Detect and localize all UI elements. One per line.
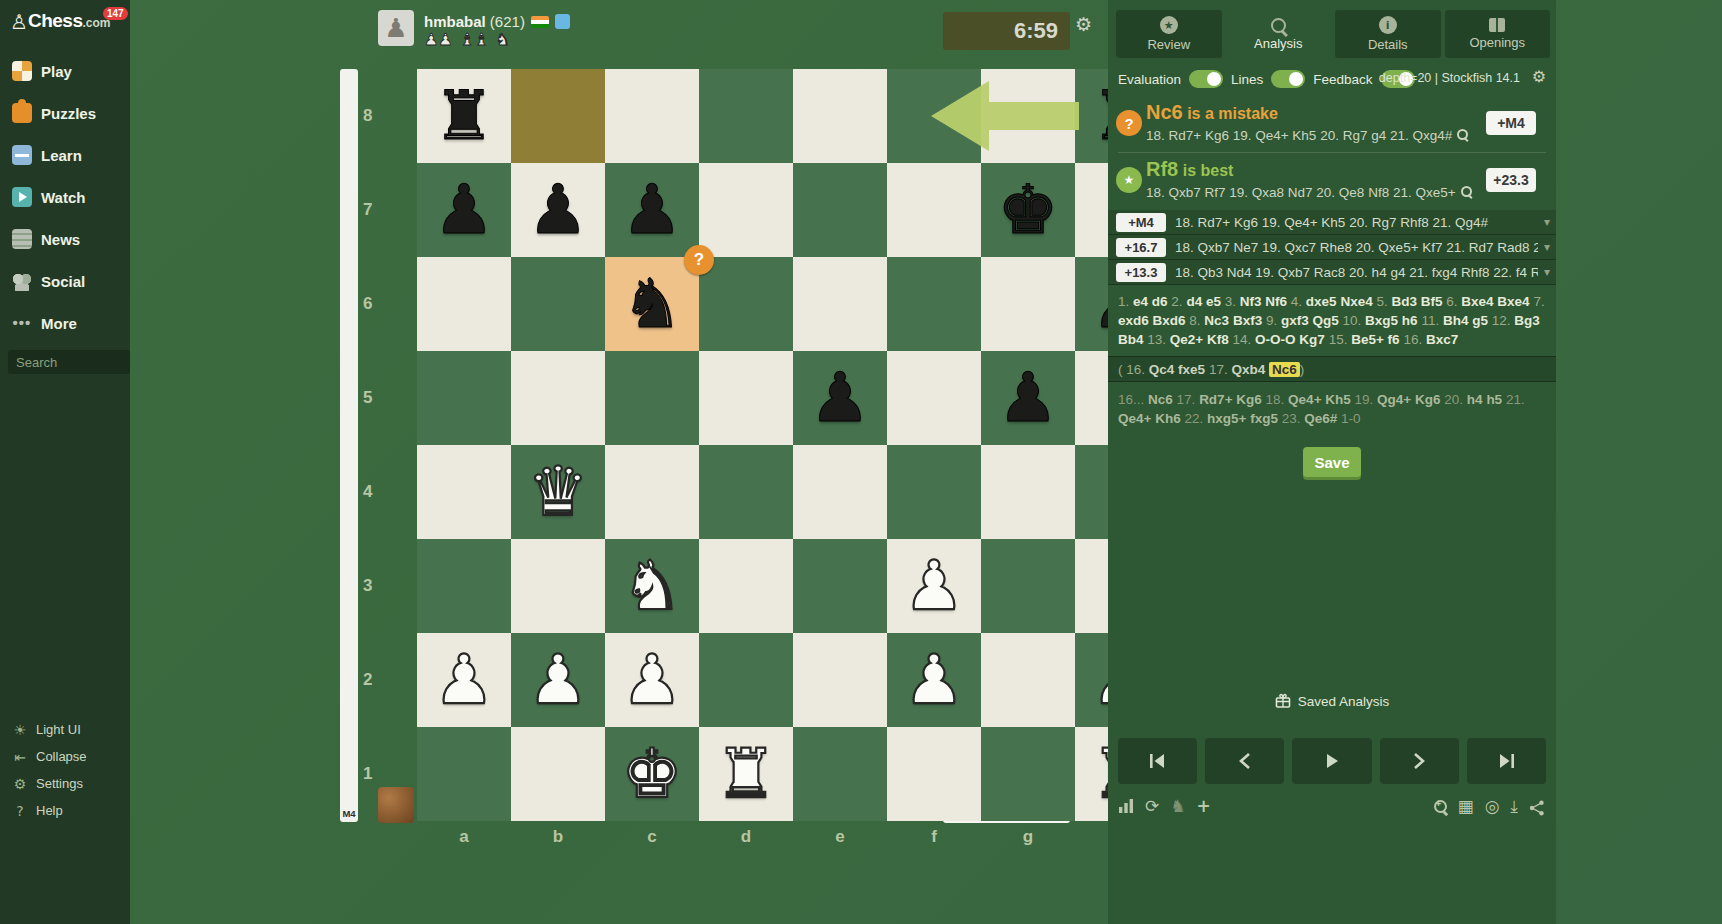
square-b2[interactable]: ♟ (511, 633, 605, 727)
top-clock-time: 6:59 (1014, 18, 1058, 44)
square-g6[interactable] (981, 257, 1075, 351)
footer-item-settings[interactable]: ⚙Settings (0, 770, 130, 797)
square-g1[interactable] (981, 727, 1075, 821)
file-label-a: a (417, 827, 511, 847)
square-d2[interactable] (699, 633, 793, 727)
square-a6[interactable] (417, 257, 511, 351)
square-c8[interactable] (605, 69, 699, 163)
sidebar-item-label: More (41, 315, 77, 332)
board-settings-gear-icon[interactable]: ⚙ (1075, 13, 1092, 35)
rank-label-7: 7 (363, 163, 407, 257)
mistake-badge-icon: ? (684, 245, 714, 275)
square-e1[interactable] (793, 727, 887, 821)
analysis-icon (1271, 18, 1286, 33)
sidebar-item-label: Learn (41, 147, 82, 164)
news-icon (12, 229, 32, 249)
captured-group: ♝♝ (460, 30, 489, 49)
zoom-in-icon[interactable] (1434, 800, 1447, 813)
white-king-c1[interactable]: ♚ (622, 727, 683, 821)
square-f4[interactable] (887, 445, 981, 539)
pawn-logo-icon: ♙ (10, 10, 28, 34)
square-b6[interactable] (511, 257, 605, 351)
square-a1[interactable] (417, 727, 511, 821)
sidebar-item-label: Puzzles (41, 105, 96, 122)
mistake-icon: ? (1116, 110, 1142, 136)
square-a3[interactable] (417, 539, 511, 633)
file-label-b: b (511, 827, 605, 847)
panel-tabs: ★ReviewAnalysisiDetailsOpenings (1116, 10, 1550, 58)
engine-info: depth=20 | Stockfish 14.1 (1379, 71, 1520, 85)
evaluation-toggle-label: Evaluation (1118, 72, 1181, 87)
best-line[interactable]: 18. Qxb7 Rf7 19. Qxa8 Nd7 20. Qe8 Nf8 21… (1146, 185, 1472, 200)
collapse-icon: ⇤ (12, 749, 28, 765)
member-badge-icon (555, 14, 570, 29)
help-icon: ? (12, 803, 28, 819)
square-c4[interactable] (605, 445, 699, 539)
sidebar-item-label: Play (41, 63, 72, 80)
tab-details[interactable]: iDetails (1335, 10, 1441, 58)
divider (1118, 152, 1546, 153)
square-a8[interactable]: ♜ (417, 69, 511, 163)
square-b1[interactable] (511, 727, 605, 821)
square-f5[interactable] (887, 351, 981, 445)
file-label-e: e (793, 827, 887, 847)
learn-icon (12, 145, 32, 165)
engine-line-3[interactable]: +13.318. Qb3 Nd4 19. Qxb7 Rac8 20. h4 g4… (1108, 260, 1556, 285)
feedback-toggle-label: Feedback (1313, 72, 1372, 87)
square-e4[interactable] (793, 445, 887, 539)
engine-line-2[interactable]: +16.718. Qxb7 Ne7 19. Qxc7 Rhe8 20. Qxe5… (1108, 235, 1556, 260)
magnifier-icon[interactable] (1461, 186, 1472, 197)
chevron-down-icon[interactable]: ▾ (1544, 240, 1550, 254)
line-moves: 18. Qxb7 Ne7 19. Qxc7 Rhe8 20. Qxe5+ Kf7… (1175, 240, 1538, 255)
sidebar-item-social[interactable]: Social (0, 260, 130, 302)
black-knight-c6[interactable]: ♞ (622, 257, 683, 351)
notification-badge[interactable]: 147 (103, 7, 128, 20)
evaluation-bar-score: M4 (340, 808, 358, 819)
white-rook-d1[interactable]: ♜ (716, 727, 777, 821)
social-icon (12, 271, 32, 291)
square-g3[interactable] (981, 539, 1075, 633)
lines-toggle[interactable] (1271, 70, 1305, 88)
square-e7[interactable] (793, 163, 887, 257)
black-pawn-b7[interactable]: ♟ (528, 163, 589, 257)
chevron-down-icon[interactable]: ▾ (1544, 215, 1550, 229)
focus-icon[interactable]: ◎ (1485, 794, 1500, 818)
evaluation-bar: M4 (340, 69, 358, 822)
file-label-f: f (887, 827, 981, 847)
logo-brand: Chess (28, 10, 83, 31)
square-d5[interactable] (699, 351, 793, 445)
square-c1[interactable]: ♚ (605, 727, 699, 821)
play-button[interactable] (1292, 738, 1371, 784)
engine-settings-gear-icon[interactable]: ⚙ (1532, 67, 1546, 86)
last-move-button[interactable] (1467, 738, 1546, 784)
chess-com-logo[interactable]: ♙Chess.com 147 (0, 0, 130, 50)
square-d6[interactable] (699, 257, 793, 351)
square-b8[interactable] (511, 69, 605, 163)
avatar-top-player[interactable]: ♟ (378, 10, 414, 46)
lines-toggle-label: Lines (1231, 72, 1263, 87)
sidebar-menu: PlayPuzzlesLearnWatchNewsSocial•••More (0, 50, 130, 344)
flip-board-icon[interactable]: ⟳ (1145, 794, 1159, 818)
white-pawn-f3[interactable]: ♟ (904, 539, 965, 633)
more-icon: ••• (12, 313, 32, 333)
mistake-title: Nc6 is a mistake (1146, 101, 1278, 124)
square-a4[interactable] (417, 445, 511, 539)
sidebar-item-puzzles[interactable]: Puzzles (0, 92, 130, 134)
square-c5[interactable] (605, 351, 699, 445)
rank-label-3: 3 (363, 539, 407, 633)
line-moves: 18. Rd7+ Kg6 19. Qe4+ Kh5 20. Rg7 Rhf8 2… (1175, 215, 1538, 230)
square-d4[interactable] (699, 445, 793, 539)
saved-analysis-label: Saved Analysis (1298, 694, 1390, 709)
square-f7[interactable] (887, 163, 981, 257)
first-move-button[interactable] (1118, 738, 1197, 784)
white-pawn-c2[interactable]: ♟ (622, 633, 683, 727)
square-g2[interactable] (981, 633, 1075, 727)
top-player-name[interactable]: hmbabal (621) (424, 13, 570, 30)
square-f8[interactable] (887, 69, 981, 163)
search-input[interactable] (8, 350, 130, 374)
square-g4[interactable] (981, 445, 1075, 539)
chevron-down-icon[interactable]: ▾ (1544, 265, 1550, 279)
next-move-button[interactable] (1380, 738, 1459, 784)
tab-review[interactable]: ★Review (1116, 10, 1222, 58)
line-eval-badge: +13.3 (1116, 263, 1166, 282)
square-f3[interactable]: ♟ (887, 539, 981, 633)
save-button[interactable]: Save (1303, 447, 1361, 477)
black-pawn-e5[interactable]: ♟ (810, 351, 871, 445)
rank-label-4: 4 (363, 445, 407, 539)
rank-label-5: 5 (363, 351, 407, 445)
footer-item-collapse[interactable]: ⇤Collapse (0, 743, 130, 770)
file-labels: abcdefgh (417, 827, 1169, 847)
sidebar-footer: ☀Light UI⇤Collapse⚙Settings?Help (0, 716, 130, 824)
magnifier-icon[interactable] (1457, 129, 1468, 140)
watch-icon (12, 187, 32, 207)
move-navigation (1118, 738, 1546, 784)
square-b5[interactable] (511, 351, 605, 445)
variation-row[interactable]: ( 16. Qc4 fxe5 17. Qxb4 Nc6) (1108, 356, 1556, 382)
analysis-panel: ★ReviewAnalysisiDetailsOpenings Evaluati… (1108, 0, 1556, 924)
sidebar: ♙Chess.com 147 PlayPuzzlesLearnWatchNews… (0, 0, 130, 924)
review-icon: ★ (1160, 16, 1178, 34)
captured-pieces-top: ♟♟♝♝♞ (424, 30, 510, 49)
add-icon[interactable]: + (1197, 794, 1211, 818)
sidebar-item-learn[interactable]: Learn (0, 134, 130, 176)
rank-label-8: 8 (363, 69, 407, 163)
square-c3[interactable]: ♞ (605, 539, 699, 633)
rank-labels: 87654321 (363, 69, 407, 821)
light-ui-icon: ☀ (12, 722, 28, 738)
square-e3[interactable] (793, 539, 887, 633)
best-move-icon: ★ (1116, 167, 1142, 193)
chess-board: ♜♜♟♟♟♚♞♟♟♟♛♞♟♟♟♟♟♟♚♜♜ ? (417, 69, 1169, 821)
square-g7[interactable]: ♚ (981, 163, 1075, 257)
mistake-eval-badge: +M4 (1486, 111, 1536, 135)
tab-analysis[interactable]: Analysis (1226, 10, 1332, 58)
avatar-bottom-player[interactable] (378, 787, 414, 823)
square-a7[interactable]: ♟ (417, 163, 511, 257)
india-flag-icon (531, 16, 549, 28)
square-a2[interactable]: ♟ (417, 633, 511, 727)
square-d1[interactable]: ♜ (699, 727, 793, 821)
white-queen-b4[interactable]: ♛ (528, 445, 589, 539)
line-moves: 18. Qb3 Nd4 19. Qxb7 Rac8 20. h4 g4 21. … (1175, 265, 1538, 280)
best-eval-badge: +23.3 (1486, 168, 1536, 192)
sidebar-item-label: Social (41, 273, 85, 290)
sidebar-item-play[interactable]: Play (0, 50, 130, 92)
black-pawn-g5[interactable]: ♟ (998, 351, 1059, 445)
square-d7[interactable] (699, 163, 793, 257)
square-g5[interactable]: ♟ (981, 351, 1075, 445)
square-e2[interactable] (793, 633, 887, 727)
saved-analysis-icon (1275, 693, 1291, 709)
square-b3[interactable] (511, 539, 605, 633)
move-list[interactable]: 1. e4 d6 2. d4 e5 3. Nf3 Nf6 4. dxe5 Nxe… (1118, 292, 1548, 349)
white-pawn-a2[interactable]: ♟ (434, 633, 495, 727)
black-pawn-c7[interactable]: ♟ (622, 163, 683, 257)
file-label-c: c (605, 827, 699, 847)
white-pawn-f2[interactable]: ♟ (904, 633, 965, 727)
white-pawn-b2[interactable]: ♟ (528, 633, 589, 727)
sidebar-item-label: Watch (41, 189, 85, 206)
square-e6[interactable] (793, 257, 887, 351)
square-f2[interactable]: ♟ (887, 633, 981, 727)
file-label-d: d (699, 827, 793, 847)
square-g8[interactable] (981, 69, 1075, 163)
file-label-g: g (981, 827, 1075, 847)
square-d3[interactable] (699, 539, 793, 633)
download-icon[interactable]: ⤓ (1510, 794, 1518, 818)
openings-icon (1489, 18, 1505, 32)
black-rook-a8[interactable]: ♜ (434, 69, 495, 163)
board-grid: ♜♜♟♟♟♚♞♟♟♟♛♞♟♟♟♟♟♟♚♜♜ (417, 69, 1169, 821)
engine-lines: +M418. Rd7+ Kg6 19. Qe4+ Kh5 20. Rg7 Rhf… (1108, 210, 1556, 285)
line-eval-badge: +M4 (1116, 213, 1166, 232)
sidebar-item-news[interactable]: News (0, 218, 130, 260)
best-move-title: Rf8 is best (1146, 158, 1233, 181)
chart-icon[interactable] (1118, 798, 1134, 814)
saved-analysis[interactable]: Saved Analysis (1108, 693, 1556, 709)
square-e5[interactable]: ♟ (793, 351, 887, 445)
black-king-g7[interactable]: ♚ (998, 163, 1059, 257)
square-b7[interactable]: ♟ (511, 163, 605, 257)
square-a5[interactable] (417, 351, 511, 445)
black-pawn-a7[interactable]: ♟ (434, 163, 495, 257)
captured-group: ♞ (495, 30, 509, 49)
tab-openings[interactable]: Openings (1445, 10, 1551, 58)
square-c6[interactable]: ♞ (605, 257, 699, 351)
rank-label-6: 6 (363, 257, 407, 351)
square-c7[interactable]: ♟ (605, 163, 699, 257)
analysis-toolbar: ⟳ ♞ + ▦ ◎ ⤓ (1108, 794, 1556, 818)
board-editor-icon[interactable]: ▦ (1458, 794, 1474, 818)
settings-icon: ⚙ (12, 776, 28, 792)
game-continuation[interactable]: 16... Nc6 17. Rd7+ Kg6 18. Qe4+ Kh5 19. … (1118, 390, 1548, 428)
chess-com-analysis-page: ♙Chess.com 147 PlayPuzzlesLearnWatchNews… (0, 0, 1722, 924)
practice-knight-icon[interactable]: ♞ (1170, 794, 1185, 818)
play-icon (12, 61, 32, 81)
sidebar-item-label: News (41, 231, 80, 248)
line-eval-badge: +16.7 (1116, 238, 1166, 257)
current-move-highlight: Nc6 (1269, 362, 1300, 377)
footer-item-help[interactable]: ?Help (0, 797, 130, 824)
mistake-line[interactable]: 18. Rd7+ Kg6 19. Qe4+ Kh5 20. Rg7 g4 21.… (1146, 128, 1468, 143)
details-icon: i (1379, 16, 1397, 34)
square-f1[interactable] (887, 727, 981, 821)
evaluation-toggle[interactable] (1189, 70, 1223, 88)
puzzle-icon (12, 103, 32, 123)
square-f6[interactable] (887, 257, 981, 351)
previous-move-button[interactable] (1205, 738, 1284, 784)
square-e8[interactable] (793, 69, 887, 163)
rank-label-2: 2 (363, 633, 407, 727)
square-c2[interactable]: ♟ (605, 633, 699, 727)
white-knight-c3[interactable]: ♞ (622, 539, 683, 633)
square-b4[interactable]: ♛ (511, 445, 605, 539)
captured-group: ♟♟ (424, 30, 453, 49)
square-d8[interactable] (699, 69, 793, 163)
sidebar-item-more[interactable]: •••More (0, 302, 130, 344)
share-icon[interactable] (1529, 800, 1545, 816)
sidebar-item-watch[interactable]: Watch (0, 176, 130, 218)
engine-line-1[interactable]: +M418. Rd7+ Kg6 19. Qe4+ Kh5 20. Rg7 Rhf… (1108, 210, 1556, 235)
footer-item-light-ui[interactable]: ☀Light UI (0, 716, 130, 743)
top-player-clock: 6:59 (943, 12, 1070, 50)
